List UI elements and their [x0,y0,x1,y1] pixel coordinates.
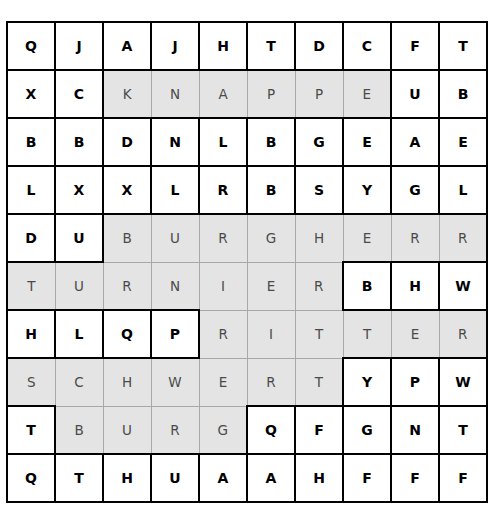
board-row-2: XCKNAPPEUB [7,70,487,118]
cell-r5c9[interactable]: R [391,214,439,262]
cell-r5c6[interactable]: G [247,214,295,262]
cell-r8c6[interactable]: R [247,358,295,406]
cell-r7c4[interactable]: P [151,310,199,358]
cell-r3c4[interactable]: N [151,118,199,166]
cell-r5c10[interactable]: R [439,214,487,262]
cell-r9c5[interactable]: G [199,406,247,454]
cell-r3c10[interactable]: E [439,118,487,166]
cell-r4c7[interactable]: S [295,166,343,214]
cell-r5c8[interactable]: E [343,214,391,262]
board-row-9: TBURGQFGNT [7,406,487,454]
cell-r3c1[interactable]: B [7,118,55,166]
board-body: QJAJHTDCFTXCKNAPPEUBBBDNLBGEAELXXLRBSYGL… [7,22,487,502]
cell-r9c3[interactable]: U [103,406,151,454]
cell-r4c5[interactable]: R [199,166,247,214]
board-row-3: BBDNLBGEAE [7,118,487,166]
cell-r7c3[interactable]: Q [103,310,151,358]
cell-r9c6[interactable]: Q [247,406,295,454]
cell-r5c2[interactable]: U [55,214,103,262]
cell-r6c2[interactable]: U [55,262,103,310]
cell-r2c6[interactable]: P [247,70,295,118]
cell-r7c6[interactable]: I [247,310,295,358]
cell-r8c1[interactable]: S [7,358,55,406]
cell-r6c1[interactable]: T [7,262,55,310]
board-row-1: QJAJHTDCFT [7,22,487,70]
cell-r1c6[interactable]: T [247,22,295,70]
cell-r10c2[interactable]: T [55,454,103,502]
cell-r4c10[interactable]: L [439,166,487,214]
cell-r4c2[interactable]: X [55,166,103,214]
board-row-4: LXXLRBSYGL [7,166,487,214]
cell-r4c9[interactable]: G [391,166,439,214]
cell-r2c1[interactable]: X [7,70,55,118]
cell-r9c1[interactable]: T [7,406,55,454]
cell-r6c5[interactable]: I [199,262,247,310]
cell-r4c6[interactable]: B [247,166,295,214]
cell-r8c5[interactable]: E [199,358,247,406]
cell-r1c8[interactable]: C [343,22,391,70]
cell-r7c8[interactable]: T [343,310,391,358]
cell-r3c8[interactable]: E [343,118,391,166]
word-search-board: QJAJHTDCFTXCKNAPPEUBBBDNLBGEAELXXLRBSYGL… [6,21,488,503]
cell-r6c6[interactable]: E [247,262,295,310]
cell-r2c10[interactable]: B [439,70,487,118]
cell-r7c5[interactable]: R [199,310,247,358]
cell-r8c4[interactable]: W [151,358,199,406]
cell-r5c4[interactable]: U [151,214,199,262]
cell-r7c1[interactable]: H [7,310,55,358]
cell-r8c10[interactable]: W [439,358,487,406]
cell-r4c3[interactable]: X [103,166,151,214]
cell-r6c10[interactable]: W [439,262,487,310]
cell-r9c10[interactable]: T [439,406,487,454]
cell-r4c8[interactable]: Y [343,166,391,214]
cell-r10c6[interactable]: A [247,454,295,502]
cell-r10c5[interactable]: A [199,454,247,502]
cell-r10c1[interactable]: Q [7,454,55,502]
cell-r2c8[interactable]: E [343,70,391,118]
cell-r1c3[interactable]: A [103,22,151,70]
cell-r1c1[interactable]: Q [7,22,55,70]
board-row-7: HLQPRITTER [7,310,487,358]
board-row-6: TURNIERBHW [7,262,487,310]
cell-r1c10[interactable]: T [439,22,487,70]
cell-r1c2[interactable]: J [55,22,103,70]
cell-r6c8[interactable]: B [343,262,391,310]
cell-r1c9[interactable]: F [391,22,439,70]
cell-r6c9[interactable]: H [391,262,439,310]
cell-r6c7[interactable]: R [295,262,343,310]
cell-r5c3[interactable]: B [103,214,151,262]
cell-r8c9[interactable]: P [391,358,439,406]
cell-r10c7[interactable]: H [295,454,343,502]
cell-r5c7[interactable]: H [295,214,343,262]
cell-r10c8[interactable]: F [343,454,391,502]
board-row-5: DUBURGHERR [7,214,487,262]
cell-r6c3[interactable]: R [103,262,151,310]
cell-r9c8[interactable]: G [343,406,391,454]
board-row-8: SCHWERTYPW [7,358,487,406]
cell-r2c9[interactable]: U [391,70,439,118]
cell-r8c7[interactable]: T [295,358,343,406]
cell-r9c4[interactable]: R [151,406,199,454]
cell-r9c2[interactable]: B [55,406,103,454]
cell-r3c6[interactable]: B [247,118,295,166]
cell-r5c1[interactable]: D [7,214,55,262]
cell-r2c2[interactable]: C [55,70,103,118]
cell-r3c2[interactable]: B [55,118,103,166]
cell-r7c9[interactable]: E [391,310,439,358]
cell-r1c7[interactable]: D [295,22,343,70]
cell-r3c9[interactable]: A [391,118,439,166]
board-row-10: QTHUAAHFFF [7,454,487,502]
cell-r1c5[interactable]: H [199,22,247,70]
cell-r2c3[interactable]: K [103,70,151,118]
cell-r5c5[interactable]: R [199,214,247,262]
cell-r1c4[interactable]: J [151,22,199,70]
cell-r8c3[interactable]: H [103,358,151,406]
cell-r8c2[interactable]: C [55,358,103,406]
cell-r2c5[interactable]: A [199,70,247,118]
cell-r7c2[interactable]: L [55,310,103,358]
cell-r7c10[interactable]: R [439,310,487,358]
cell-r10c3[interactable]: H [103,454,151,502]
cell-r3c3[interactable]: D [103,118,151,166]
cell-r6c4[interactable]: N [151,262,199,310]
cell-r2c4[interactable]: N [151,70,199,118]
cell-r3c7[interactable]: G [295,118,343,166]
cell-r4c1[interactable]: L [7,166,55,214]
cell-r10c4[interactable]: U [151,454,199,502]
cell-r2c7[interactable]: P [295,70,343,118]
word-search-puzzle: QJAJHTDCFTXCKNAPPEUBBBDNLBGEAELXXLRBSYGL… [0,0,500,503]
cell-r4c4[interactable]: L [151,166,199,214]
cell-r10c10[interactable]: F [439,454,487,502]
cell-r3c5[interactable]: L [199,118,247,166]
cell-r8c8[interactable]: Y [343,358,391,406]
cell-r9c7[interactable]: F [295,406,343,454]
cell-r9c9[interactable]: N [391,406,439,454]
cell-r7c7[interactable]: T [295,310,343,358]
cell-r10c9[interactable]: F [391,454,439,502]
